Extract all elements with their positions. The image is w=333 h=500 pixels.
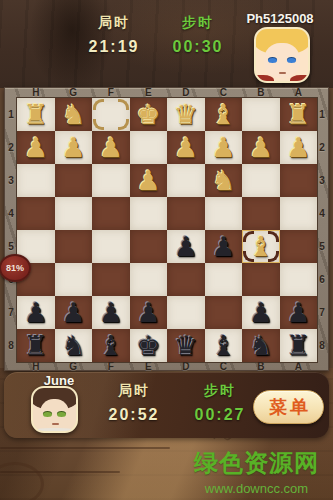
square-f3[interactable]	[92, 164, 130, 197]
rank-label-left-8: 8	[5, 329, 17, 362]
watermark-url: www.downcc.com	[190, 481, 323, 496]
file-label-bottom-g: G	[55, 361, 93, 372]
watermark-title: 绿色资源网	[190, 447, 323, 479]
white-knight-g1[interactable]: ♞	[55, 98, 93, 131]
black-pawn-b7[interactable]: ♟	[242, 296, 280, 329]
square-c6[interactable]	[205, 263, 243, 296]
square-g7[interactable]: ♟	[55, 296, 93, 329]
file-label-top-g: G	[55, 87, 93, 98]
white-pawn-e3[interactable]: ♟	[130, 164, 168, 197]
square-d4[interactable]	[167, 197, 205, 230]
avatar-mouth	[52, 423, 59, 425]
wood-plank-line	[0, 447, 170, 449]
move-time-label: 步时	[168, 14, 228, 32]
square-h8[interactable]: ♜	[17, 329, 55, 362]
square-b4[interactable]	[242, 197, 280, 230]
square-e7[interactable]: ♟	[130, 296, 168, 329]
square-b7[interactable]: ♟	[242, 296, 280, 329]
avatar-mouth	[279, 72, 286, 74]
square-c3[interactable]: ♞	[205, 164, 243, 197]
rank-labels-right: 12345678	[316, 98, 328, 362]
watermark: 绿色资源网 www.downcc.com	[190, 447, 323, 496]
opponent-avatar[interactable]	[254, 27, 310, 83]
file-label-top-a: A	[280, 87, 318, 98]
white-pawn-c2[interactable]: ♟	[205, 131, 243, 164]
white-rook-a1[interactable]: ♜	[280, 98, 318, 131]
square-g4[interactable]	[55, 197, 93, 230]
square-a7[interactable]: ♟	[280, 296, 318, 329]
square-d5[interactable]: ♟	[167, 230, 205, 263]
file-label-top-b: B	[242, 87, 280, 98]
square-f6[interactable]	[92, 263, 130, 296]
rank-label-right-4: 4	[316, 197, 328, 230]
rank-label-right-6: 6	[316, 263, 328, 296]
black-bishop-f8[interactable]: ♝	[92, 329, 130, 362]
rank-label-left-2: 2	[5, 131, 17, 164]
app-screen: 局时 21:19 步时 00:30 Ph5125008 HGFEDCBA 123…	[0, 0, 333, 500]
square-d7[interactable]	[167, 296, 205, 329]
white-pawn-d2[interactable]: ♟	[167, 131, 205, 164]
rank-label-right-7: 7	[316, 296, 328, 329]
file-label-top-h: H	[17, 87, 55, 98]
file-labels-bottom: HGFEDCBA	[17, 361, 317, 372]
square-e6[interactable]	[130, 263, 168, 296]
black-bishop-c8[interactable]: ♝	[205, 329, 243, 362]
rank-label-right-2: 2	[316, 131, 328, 164]
square-h1[interactable]: ♜	[17, 98, 55, 131]
move-time-label: 步时	[190, 382, 250, 400]
square-e2[interactable]	[130, 131, 168, 164]
opponent-game-time: 局时 21:19	[84, 14, 144, 56]
square-d6[interactable]	[167, 263, 205, 296]
file-label-bottom-c: C	[205, 361, 243, 372]
square-e3[interactable]: ♟	[130, 164, 168, 197]
game-time-label: 局时	[104, 382, 164, 400]
square-e5[interactable]	[130, 230, 168, 263]
square-c4[interactable]	[205, 197, 243, 230]
file-label-bottom-h: H	[17, 361, 55, 372]
move-time-value: 00:27	[190, 406, 250, 424]
square-h7[interactable]: ♟	[17, 296, 55, 329]
file-label-top-e: E	[130, 87, 168, 98]
black-pawn-d5[interactable]: ♟	[167, 230, 205, 263]
avatar-eye	[287, 58, 296, 63]
white-bishop-b5[interactable]: ♝	[242, 230, 280, 263]
rank-label-right-8: 8	[316, 329, 328, 362]
rank-label-left-3: 3	[5, 164, 17, 197]
black-rook-a8[interactable]: ♜	[280, 329, 318, 362]
square-f7[interactable]: ♟	[92, 296, 130, 329]
player-move-time: 步时 00:27	[190, 382, 250, 424]
black-pawn-f7[interactable]: ♟	[92, 296, 130, 329]
square-a6[interactable]	[280, 263, 318, 296]
file-label-bottom-e: E	[130, 361, 168, 372]
file-label-bottom-b: B	[242, 361, 280, 372]
file-label-bottom-d: D	[167, 361, 205, 372]
square-a4[interactable]	[280, 197, 318, 230]
black-pawn-g7[interactable]: ♟	[55, 296, 93, 329]
square-f5[interactable]	[92, 230, 130, 263]
square-c8[interactable]: ♝	[205, 329, 243, 362]
square-h4[interactable]	[17, 197, 55, 230]
square-b5[interactable]: ♝	[242, 230, 280, 263]
file-label-top-c: C	[205, 87, 243, 98]
square-f4[interactable]	[92, 197, 130, 230]
avatar-eye	[268, 58, 277, 63]
square-c7[interactable]	[205, 296, 243, 329]
black-knight-g8[interactable]: ♞	[55, 329, 93, 362]
opponent-clocks: 局时 21:19 步时 00:30	[84, 14, 228, 56]
file-label-top-d: D	[167, 87, 205, 98]
white-knight-c3[interactable]: ♞	[205, 164, 243, 197]
square-f8[interactable]: ♝	[92, 329, 130, 362]
white-pawn-g2[interactable]: ♟	[55, 131, 93, 164]
square-f1[interactable]	[92, 98, 130, 131]
file-label-bottom-f: F	[92, 361, 130, 372]
rank-label-left-1: 1	[5, 98, 17, 131]
menu-button[interactable]: 菜单	[253, 390, 324, 424]
square-h3[interactable]	[17, 164, 55, 197]
white-pawn-f2[interactable]: ♟	[92, 131, 130, 164]
square-g5[interactable]	[55, 230, 93, 263]
rank-label-right-5: 5	[316, 230, 328, 263]
square-b3[interactable]	[242, 164, 280, 197]
white-bishop-c1[interactable]: ♝	[205, 98, 243, 131]
square-b8[interactable]: ♞	[242, 329, 280, 362]
white-rook-h1[interactable]: ♜	[17, 98, 55, 131]
square-g2[interactable]: ♟	[55, 131, 93, 164]
game-time-value: 20:52	[104, 406, 164, 424]
rank-labels-left: 12345678	[5, 98, 17, 362]
white-pawn-a2[interactable]: ♟	[280, 131, 318, 164]
black-pawn-e7[interactable]: ♟	[130, 296, 168, 329]
square-g8[interactable]: ♞	[55, 329, 93, 362]
square-b6[interactable]	[242, 263, 280, 296]
last-move-from-marker	[93, 99, 129, 130]
black-pawn-a7[interactable]: ♟	[280, 296, 318, 329]
player-game-time: 局时 20:52	[104, 382, 164, 424]
square-e1[interactable]: ♚	[130, 98, 168, 131]
file-labels-top: HGFEDCBA	[17, 87, 317, 98]
chess-board: HGFEDCBA 12345678 ♜♞♚♛♝♜♟♟♟♟♟♟♟♟♞♟♟♝♟♟♟♟…	[4, 87, 329, 371]
game-time-value: 21:19	[84, 38, 144, 56]
square-g3[interactable]	[55, 164, 93, 197]
avatar-eye	[43, 412, 52, 417]
percentage-badge: 81%	[0, 254, 31, 282]
white-king-e1[interactable]: ♚	[130, 98, 168, 131]
player-clocks: 局时 20:52 步时 00:27	[104, 382, 250, 424]
square-d2[interactable]: ♟	[167, 131, 205, 164]
game-time-label: 局时	[84, 14, 144, 32]
square-d1[interactable]: ♛	[167, 98, 205, 131]
square-c5[interactable]: ♟	[205, 230, 243, 263]
square-c1[interactable]: ♝	[205, 98, 243, 131]
white-pawn-h2[interactable]: ♟	[17, 131, 55, 164]
square-b2[interactable]: ♟	[242, 131, 280, 164]
move-time-value: 00:30	[168, 38, 228, 56]
rank-label-right-3: 3	[316, 164, 328, 197]
square-g6[interactable]	[55, 263, 93, 296]
black-pawn-c5[interactable]: ♟	[205, 230, 243, 263]
rank-label-right-1: 1	[316, 98, 328, 131]
board-grid: ♜♞♚♛♝♜♟♟♟♟♟♟♟♟♞♟♟♝♟♟♟♟♟♟♜♞♝♚♛♝♞♜	[17, 98, 317, 362]
square-a5[interactable]	[280, 230, 318, 263]
square-a1[interactable]: ♜	[280, 98, 318, 131]
square-h2[interactable]: ♟	[17, 131, 55, 164]
square-d3[interactable]	[167, 164, 205, 197]
avatar-shoulder	[36, 428, 72, 433]
black-knight-b8[interactable]: ♞	[242, 329, 280, 362]
rank-label-left-7: 7	[5, 296, 17, 329]
opponent-move-time: 步时 00:30	[168, 14, 228, 56]
white-pawn-b2[interactable]: ♟	[242, 131, 280, 164]
square-d8[interactable]: ♛	[167, 329, 205, 362]
white-queen-d1[interactable]: ♛	[167, 98, 205, 131]
square-e8[interactable]: ♚	[130, 329, 168, 362]
square-a2[interactable]: ♟	[280, 131, 318, 164]
square-b1[interactable]	[242, 98, 280, 131]
player-avatar[interactable]	[31, 386, 78, 433]
square-c2[interactable]: ♟	[205, 131, 243, 164]
opponent-name: Ph5125008	[238, 11, 322, 26]
square-a3[interactable]	[280, 164, 318, 197]
black-rook-h8[interactable]: ♜	[17, 329, 55, 362]
file-label-top-f: F	[92, 87, 130, 98]
avatar-eye	[57, 412, 66, 417]
black-king-e8[interactable]: ♚	[130, 329, 168, 362]
black-pawn-h7[interactable]: ♟	[17, 296, 55, 329]
square-g1[interactable]: ♞	[55, 98, 93, 131]
rank-label-left-4: 4	[5, 197, 17, 230]
black-queen-d8[interactable]: ♛	[167, 329, 205, 362]
square-f2[interactable]: ♟	[92, 131, 130, 164]
square-a8[interactable]: ♜	[280, 329, 318, 362]
file-label-bottom-a: A	[280, 361, 318, 372]
square-e4[interactable]	[130, 197, 168, 230]
